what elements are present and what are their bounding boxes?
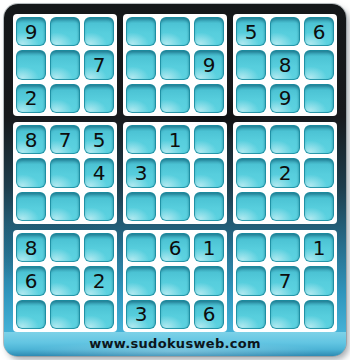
cell-r9c6[interactable]: 6: [194, 300, 224, 329]
page: { "game": "sudoku", "position": "9.....5…: [0, 0, 350, 360]
cell-r4c1[interactable]: 8: [16, 125, 46, 154]
cell-r7c1[interactable]: 8: [16, 233, 46, 262]
cell-r8c4[interactable]: [126, 266, 156, 295]
cell-r8c9[interactable]: [304, 266, 334, 295]
cell-r7c2[interactable]: [50, 233, 80, 262]
sudoku-grid: 972956898754132862613617: [13, 14, 337, 332]
cell-r1c1[interactable]: 9: [16, 17, 46, 46]
cell-r6c4[interactable]: [126, 192, 156, 221]
cell-r1c5[interactable]: [160, 17, 190, 46]
cell-r8c3[interactable]: 2: [84, 266, 114, 295]
cell-r8c5[interactable]: [160, 266, 190, 295]
box-7: 862: [13, 230, 117, 332]
cell-r7c7[interactable]: [236, 233, 266, 262]
cell-r9c5[interactable]: [160, 300, 190, 329]
box-6: 2: [233, 122, 337, 224]
cell-r2c1[interactable]: [16, 50, 46, 79]
cell-r3c2[interactable]: [50, 84, 80, 113]
cell-r9c1[interactable]: [16, 300, 46, 329]
cell-r5c8[interactable]: 2: [270, 158, 300, 187]
cell-r5c4[interactable]: 3: [126, 158, 156, 187]
box-2: 9: [123, 14, 227, 116]
cell-r9c2[interactable]: [50, 300, 80, 329]
cell-r2c3[interactable]: 7: [84, 50, 114, 79]
cell-r6c6[interactable]: [194, 192, 224, 221]
cell-r5c1[interactable]: [16, 158, 46, 187]
cell-r1c6[interactable]: [194, 17, 224, 46]
box-9: 17: [233, 230, 337, 332]
cell-r3c9[interactable]: [304, 84, 334, 113]
cell-r1c2[interactable]: [50, 17, 80, 46]
box-8: 6136: [123, 230, 227, 332]
cell-r6c8[interactable]: [270, 192, 300, 221]
cell-r6c1[interactable]: [16, 192, 46, 221]
cell-r2c5[interactable]: [160, 50, 190, 79]
cell-r9c8[interactable]: [270, 300, 300, 329]
cell-r1c9[interactable]: 6: [304, 17, 334, 46]
cell-r2c4[interactable]: [126, 50, 156, 79]
cell-r1c3[interactable]: [84, 17, 114, 46]
cell-r8c8[interactable]: 7: [270, 266, 300, 295]
box-1: 972: [13, 14, 117, 116]
cell-r4c3[interactable]: 5: [84, 125, 114, 154]
cell-r9c3[interactable]: [84, 300, 114, 329]
footer-url[interactable]: www.sudokusweb.com: [89, 336, 261, 353]
cell-r6c9[interactable]: [304, 192, 334, 221]
box-4: 8754: [13, 122, 117, 224]
cell-r5c9[interactable]: [304, 158, 334, 187]
cell-r9c4[interactable]: 3: [126, 300, 156, 329]
cell-r1c4[interactable]: [126, 17, 156, 46]
cell-r6c7[interactable]: [236, 192, 266, 221]
cell-r3c3[interactable]: [84, 84, 114, 113]
box-5: 13: [123, 122, 227, 224]
cell-r3c8[interactable]: 9: [270, 84, 300, 113]
cell-r7c9[interactable]: 1: [304, 233, 334, 262]
cell-r2c7[interactable]: [236, 50, 266, 79]
cell-r5c3[interactable]: 4: [84, 158, 114, 187]
cell-r4c9[interactable]: [304, 125, 334, 154]
cell-r2c8[interactable]: 8: [270, 50, 300, 79]
cell-r4c8[interactable]: [270, 125, 300, 154]
box-3: 5689: [233, 14, 337, 116]
cell-r3c4[interactable]: [126, 84, 156, 113]
cell-r3c1[interactable]: 2: [16, 84, 46, 113]
cell-r5c2[interactable]: [50, 158, 80, 187]
cell-r6c3[interactable]: [84, 192, 114, 221]
cell-r4c6[interactable]: [194, 125, 224, 154]
cell-r3c7[interactable]: [236, 84, 266, 113]
cell-r7c5[interactable]: 6: [160, 233, 190, 262]
cell-r5c6[interactable]: [194, 158, 224, 187]
cell-r8c7[interactable]: [236, 266, 266, 295]
cell-r3c5[interactable]: [160, 84, 190, 113]
cell-r4c7[interactable]: [236, 125, 266, 154]
cell-r2c9[interactable]: [304, 50, 334, 79]
cell-r4c5[interactable]: 1: [160, 125, 190, 154]
cell-r9c7[interactable]: [236, 300, 266, 329]
cell-r9c9[interactable]: [304, 300, 334, 329]
cell-r8c6[interactable]: [194, 266, 224, 295]
cell-r8c1[interactable]: 6: [16, 266, 46, 295]
cell-r8c2[interactable]: [50, 266, 80, 295]
cell-r2c2[interactable]: [50, 50, 80, 79]
cell-r2c6[interactable]: 9: [194, 50, 224, 79]
cell-r1c8[interactable]: [270, 17, 300, 46]
cell-r3c6[interactable]: [194, 84, 224, 113]
cell-r6c5[interactable]: [160, 192, 190, 221]
cell-r7c6[interactable]: 1: [194, 233, 224, 262]
cell-r4c2[interactable]: 7: [50, 125, 80, 154]
cell-r1c7[interactable]: 5: [236, 17, 266, 46]
cell-r5c5[interactable]: [160, 158, 190, 187]
board-frame: 972956898754132862613617 www.sudokusweb.…: [4, 4, 346, 356]
cell-r7c3[interactable]: [84, 233, 114, 262]
cell-r5c7[interactable]: [236, 158, 266, 187]
footer-bar: www.sudokusweb.com: [4, 332, 346, 356]
cell-r6c2[interactable]: [50, 192, 80, 221]
cell-r7c4[interactable]: [126, 233, 156, 262]
cell-r7c8[interactable]: [270, 233, 300, 262]
cell-r4c4[interactable]: [126, 125, 156, 154]
